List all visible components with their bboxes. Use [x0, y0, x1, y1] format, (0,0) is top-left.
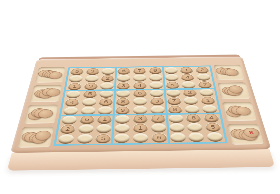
grid-cell[interactable]	[64, 90, 82, 98]
tray-compartment[interactable]	[222, 102, 257, 121]
grid-cell[interactable]: 5	[94, 134, 113, 144]
disc-number: 6	[157, 135, 162, 140]
cell-recess	[96, 124, 112, 133]
photo-background: 37 5367812241934575624683719861378421556…	[0, 0, 280, 194]
grid-cell[interactable]: 3	[148, 97, 165, 106]
disc-number: 1	[184, 68, 188, 72]
grid-cell[interactable]	[80, 98, 98, 107]
cell-recess	[164, 67, 178, 74]
disc-number: 8	[172, 107, 177, 112]
number-disc[interactable]: 8	[168, 106, 181, 113]
grid-cell[interactable]	[95, 124, 114, 134]
tray-disc[interactable]	[224, 68, 240, 76]
tray-disc[interactable]	[228, 85, 243, 93]
number-disc[interactable]: 3	[151, 98, 163, 105]
grid-cell[interactable]: 2	[181, 89, 199, 97]
grid-cell[interactable]	[205, 132, 225, 142]
cell-recess	[199, 89, 214, 97]
cell-recess	[117, 75, 130, 82]
tray-disc-red-number: 8	[248, 129, 255, 135]
cell-recess	[114, 134, 130, 144]
grid-cell[interactable]	[132, 97, 149, 106]
grid-cell[interactable]: 6	[150, 133, 169, 143]
number-disc[interactable]: 6	[152, 133, 166, 141]
grid-cell[interactable]	[112, 133, 131, 143]
disc-number: 5	[170, 83, 174, 87]
cell-recess	[150, 89, 164, 97]
cell-recess	[78, 125, 94, 134]
cell-recess	[196, 74, 211, 81]
grid-cell[interactable]	[115, 90, 132, 98]
disc-number: 6	[85, 117, 90, 122]
cell-recess	[187, 123, 203, 132]
grid-cell[interactable]: 6	[132, 89, 149, 97]
grid-cell[interactable]: 2	[58, 124, 78, 134]
grid-cell[interactable]	[186, 132, 206, 142]
disc-number: 4	[209, 115, 214, 120]
disc-number: 8	[121, 99, 125, 103]
cell-recess	[170, 133, 186, 143]
disc-number: 2	[65, 126, 70, 131]
sudoku-board: 37 5367812241934575624683719861378421556…	[10, 57, 271, 153]
disc-number: 9	[121, 108, 125, 113]
cell-recess	[183, 97, 198, 105]
disc-number: 2	[106, 76, 110, 80]
disc-number: 3	[121, 83, 125, 87]
grid-cell[interactable]	[182, 97, 200, 106]
grid-cell[interactable]: 5	[203, 122, 223, 132]
cell-recess	[169, 123, 185, 132]
cell-recess	[101, 68, 114, 75]
disc-number: 2	[200, 68, 205, 72]
grid-cell[interactable]: 7	[149, 114, 167, 123]
disc-number: 8	[191, 115, 196, 120]
disc-number: 1	[138, 125, 143, 130]
grid-cell[interactable]: 3	[131, 114, 149, 123]
disc-number: 1	[205, 98, 210, 102]
number-disc[interactable]: 5	[206, 123, 220, 131]
disc-number: 7	[203, 82, 208, 86]
cell-recess	[81, 98, 96, 106]
disc-number: 9	[89, 84, 93, 88]
sudoku-grid: 5367812241934575624683719861378421556	[53, 65, 227, 145]
cell-recess	[168, 114, 184, 123]
grid-cell[interactable]	[149, 123, 168, 133]
grid-cell[interactable]: 1	[95, 115, 113, 124]
disc-number: 6	[138, 91, 142, 95]
cell-recess	[114, 124, 129, 133]
disc-number: 4	[138, 83, 142, 87]
grid-cell[interactable]	[148, 89, 165, 97]
disc-number: 1	[102, 117, 107, 122]
disc-number: 3	[138, 116, 142, 121]
grid-cell[interactable]	[98, 90, 115, 98]
cell-recess	[165, 74, 179, 81]
disc-number: 2	[187, 90, 192, 94]
tray-compartment[interactable]	[30, 85, 62, 102]
cell-recess	[66, 91, 81, 99]
grid-cell[interactable]: 1	[199, 96, 218, 105]
grid-cell[interactable]	[167, 114, 186, 123]
disc-number: 4	[70, 100, 75, 104]
board-top-surface: 37 5367812241934575624683719861378421556…	[10, 57, 271, 153]
number-disc[interactable]: 5	[166, 82, 178, 88]
tray-compartment[interactable]: 8	[227, 124, 264, 145]
disc-number: 8	[153, 68, 157, 72]
grid-cell[interactable]	[185, 123, 205, 133]
cell-recess	[58, 134, 75, 144]
cell-recess	[151, 124, 167, 133]
disc-number: 5	[75, 70, 79, 74]
disc-number: 3	[155, 99, 159, 103]
tray-compartment[interactable]	[17, 126, 54, 147]
number-disc[interactable]: 1	[201, 97, 214, 104]
grid-cell[interactable]: 7	[165, 97, 183, 106]
cell-recess	[69, 75, 83, 82]
grid-cell[interactable]: 1	[131, 123, 149, 133]
disc-number: 6	[104, 99, 109, 103]
grid-cell[interactable]: 5	[81, 90, 99, 98]
tray-disc[interactable]	[38, 109, 53, 119]
disc-number: 4	[185, 75, 189, 79]
board-perspective-wrapper: 37 5367812241934575624683719861378421556…	[24, 17, 256, 180]
disc-number: 1	[72, 84, 77, 88]
number-disc[interactable]: 7	[199, 81, 212, 87]
disc-number: 6	[122, 69, 126, 73]
grid-cell[interactable]: 4	[202, 113, 221, 122]
cell-recess	[206, 132, 223, 142]
grid-cell[interactable]	[75, 134, 95, 144]
grid-cell[interactable]: 8	[114, 98, 131, 107]
grid-cell[interactable]: 6	[97, 98, 115, 107]
tray-disc[interactable]	[35, 130, 51, 141]
cell-recess	[76, 134, 93, 144]
grid-cell[interactable]	[113, 124, 131, 134]
disc-number: 5	[88, 92, 93, 96]
cell-recess	[133, 98, 147, 106]
grid-cell[interactable]	[165, 89, 182, 97]
cell-recess	[133, 133, 149, 143]
grid-cell[interactable]	[113, 115, 131, 124]
grid-cell[interactable]	[198, 88, 216, 96]
grid-cell[interactable]	[56, 134, 76, 144]
cell-recess	[85, 75, 99, 82]
grid-cell[interactable]	[76, 124, 95, 134]
number-disc[interactable]: 7	[168, 97, 181, 104]
tray-compartment[interactable]: 2	[218, 82, 251, 99]
disc-number: 5	[210, 124, 215, 129]
tray-disc[interactable]	[48, 72, 63, 79]
cell-recess	[61, 116, 77, 125]
tray-compartment[interactable]	[214, 65, 245, 80]
cell-recess	[115, 115, 130, 124]
grid-cell[interactable]	[167, 123, 186, 133]
disc-number: 5	[101, 135, 106, 140]
grid-cell[interactable]: 4	[63, 98, 81, 107]
disc-number: 7	[172, 98, 177, 102]
cell-recess	[166, 89, 181, 97]
grid-cell[interactable]	[59, 115, 78, 124]
tray-disc[interactable]	[46, 88, 60, 97]
cell-recess	[188, 133, 205, 143]
grid-cell[interactable]	[131, 133, 150, 143]
cell-recess	[99, 90, 113, 98]
grid-cell[interactable]: 8	[184, 114, 203, 123]
disc-number: 7	[156, 116, 161, 121]
grid-cell[interactable]: 6	[77, 115, 96, 124]
board-front-edge	[7, 149, 275, 170]
tray-compartment[interactable]: 7	[24, 104, 58, 123]
number-disc[interactable]: 4	[134, 82, 146, 88]
tray-compartment[interactable]: 3	[35, 67, 66, 83]
cell-recess	[116, 90, 130, 98]
cell-recess	[133, 75, 146, 82]
disc-number: 7	[138, 69, 142, 73]
cell-recess	[149, 74, 163, 81]
disc-number: 3	[91, 69, 95, 73]
grid-cell[interactable]	[168, 132, 188, 142]
